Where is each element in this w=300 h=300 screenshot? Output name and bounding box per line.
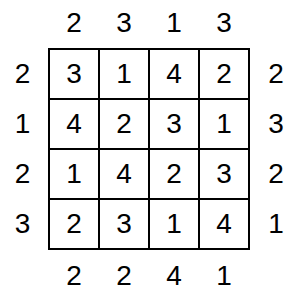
clue-bottom-col3: 4 <box>150 254 198 298</box>
top-clues: 2 3 1 3 <box>48 0 250 45</box>
clue-bottom-col2: 2 <box>100 254 148 298</box>
clue-right-row4: 1 <box>254 200 298 248</box>
clue-left-row4: 3 <box>0 200 45 248</box>
clue-top-col4: 3 <box>200 0 248 45</box>
grid-cell-r2c3[interactable]: 3 <box>150 100 198 148</box>
puzzle-board: 3 1 4 2 4 2 3 1 1 4 2 3 2 3 1 4 <box>48 48 250 250</box>
right-clues: 2 3 2 1 <box>254 48 298 250</box>
clue-left-row2: 1 <box>0 100 45 148</box>
clue-bottom-col1: 2 <box>50 254 98 298</box>
grid-cell-r2c4[interactable]: 1 <box>200 100 248 148</box>
clue-right-row3: 2 <box>254 150 298 198</box>
bottom-clues: 2 2 4 1 <box>48 254 250 298</box>
clue-top-col1: 2 <box>50 0 98 45</box>
clue-top-col3: 1 <box>150 0 198 45</box>
left-clues: 2 1 2 3 <box>0 48 45 250</box>
clue-left-row1: 2 <box>0 50 45 98</box>
grid-cell-r1c3[interactable]: 4 <box>150 50 198 98</box>
clue-right-row2: 3 <box>254 100 298 148</box>
grid-cell-r4c4[interactable]: 4 <box>200 200 248 248</box>
grid-cell-r2c1[interactable]: 4 <box>50 100 98 148</box>
grid-cell-r4c3[interactable]: 1 <box>150 200 198 248</box>
clue-top-col2: 3 <box>100 0 148 45</box>
grid-cell-r4c1[interactable]: 2 <box>50 200 98 248</box>
grid-cell-r3c4[interactable]: 3 <box>200 150 248 198</box>
grid-cell-r3c1[interactable]: 1 <box>50 150 98 198</box>
clue-left-row3: 2 <box>0 150 45 198</box>
clue-bottom-col4: 1 <box>200 254 248 298</box>
grid-cell-r3c3[interactable]: 2 <box>150 150 198 198</box>
grid-cell-r1c1[interactable]: 3 <box>50 50 98 98</box>
grid-cell-r1c2[interactable]: 1 <box>100 50 148 98</box>
grid-cell-r1c4[interactable]: 2 <box>200 50 248 98</box>
grid-cell-r2c2[interactable]: 2 <box>100 100 148 148</box>
grid-cell-r3c2[interactable]: 4 <box>100 150 148 198</box>
skyscrapers-puzzle: 2 3 1 3 2 1 2 3 3 1 4 2 4 2 3 1 1 4 2 3 … <box>0 0 300 300</box>
clue-right-row1: 2 <box>254 50 298 98</box>
grid-cell-r4c2[interactable]: 3 <box>100 200 148 248</box>
